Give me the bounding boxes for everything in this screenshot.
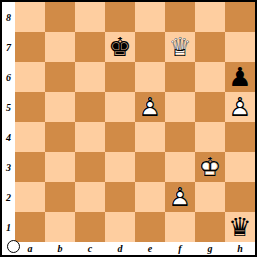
square-g6[interactable] — [195, 62, 225, 92]
piece-black-king: ♚ — [105, 32, 135, 62]
square-g7[interactable] — [195, 32, 225, 62]
square-g2[interactable] — [195, 182, 225, 212]
square-g1[interactable] — [195, 212, 225, 242]
square-f2[interactable]: ♟♙ — [165, 182, 195, 212]
square-b6[interactable] — [45, 62, 75, 92]
white-to-move-circle-icon — [7, 240, 20, 253]
piece-outline-glyph: ♙ — [135, 92, 165, 122]
square-h5[interactable]: ♟♙ — [225, 92, 255, 122]
rank-label-3: 3 — [2, 152, 15, 182]
square-h3[interactable] — [225, 152, 255, 182]
square-d4[interactable] — [105, 122, 135, 152]
square-d2[interactable] — [105, 182, 135, 212]
square-a2[interactable] — [15, 182, 45, 212]
square-f6[interactable] — [165, 62, 195, 92]
square-d1[interactable] — [105, 212, 135, 242]
square-b2[interactable] — [45, 182, 75, 212]
square-h7[interactable] — [225, 32, 255, 62]
square-f7[interactable]: ♛♕ — [165, 32, 195, 62]
square-e8[interactable] — [135, 2, 165, 32]
square-c4[interactable] — [75, 122, 105, 152]
rank-label-1: 1 — [2, 212, 15, 242]
square-e5[interactable]: ♟♙ — [135, 92, 165, 122]
square-c7[interactable] — [75, 32, 105, 62]
square-h1[interactable]: ♛ — [225, 212, 255, 242]
square-b1[interactable] — [45, 212, 75, 242]
square-f3[interactable] — [165, 152, 195, 182]
square-b3[interactable] — [45, 152, 75, 182]
file-label-e: e — [135, 242, 165, 255]
piece-glyph: ♛ — [225, 212, 255, 242]
square-a3[interactable] — [15, 152, 45, 182]
square-c8[interactable] — [75, 2, 105, 32]
square-d6[interactable] — [105, 62, 135, 92]
rank-label-7: 7 — [2, 32, 15, 62]
square-g4[interactable] — [195, 122, 225, 152]
square-c6[interactable] — [75, 62, 105, 92]
piece-white-pawn: ♟♙ — [165, 182, 195, 212]
piece-glyph: ♟ — [225, 62, 255, 92]
rank-label-8: 8 — [2, 2, 15, 32]
square-d8[interactable] — [105, 2, 135, 32]
square-f1[interactable] — [165, 212, 195, 242]
square-a5[interactable] — [15, 92, 45, 122]
square-g3[interactable]: ♚♔ — [195, 152, 225, 182]
square-h4[interactable] — [225, 122, 255, 152]
square-c2[interactable] — [75, 182, 105, 212]
piece-black-pawn: ♟ — [225, 62, 255, 92]
square-f8[interactable] — [165, 2, 195, 32]
square-e6[interactable] — [135, 62, 165, 92]
piece-outline-glyph: ♙ — [165, 182, 195, 212]
square-b7[interactable] — [45, 32, 75, 62]
square-a1[interactable] — [15, 212, 45, 242]
square-b5[interactable] — [45, 92, 75, 122]
square-f5[interactable] — [165, 92, 195, 122]
square-e4[interactable] — [135, 122, 165, 152]
square-c1[interactable] — [75, 212, 105, 242]
file-label-b: b — [45, 242, 75, 255]
square-h6[interactable]: ♟ — [225, 62, 255, 92]
square-d5[interactable] — [105, 92, 135, 122]
square-g5[interactable] — [195, 92, 225, 122]
file-label-h: h — [225, 242, 255, 255]
piece-white-queen: ♛♕ — [165, 32, 195, 62]
piece-black-queen: ♛ — [225, 212, 255, 242]
square-c3[interactable] — [75, 152, 105, 182]
piece-outline-glyph: ♔ — [195, 152, 225, 182]
piece-outline-glyph: ♙ — [225, 92, 255, 122]
square-a4[interactable] — [15, 122, 45, 152]
square-h2[interactable] — [225, 182, 255, 212]
piece-glyph: ♚ — [105, 32, 135, 62]
piece-outline-glyph: ♕ — [165, 32, 195, 62]
square-g8[interactable] — [195, 2, 225, 32]
rank-label-6: 6 — [2, 62, 15, 92]
file-label-g: g — [195, 242, 225, 255]
square-e1[interactable] — [135, 212, 165, 242]
square-b4[interactable] — [45, 122, 75, 152]
square-h8[interactable] — [225, 2, 255, 32]
file-label-c: c — [75, 242, 105, 255]
file-label-f: f — [165, 242, 195, 255]
piece-white-pawn: ♟♙ — [225, 92, 255, 122]
square-a6[interactable] — [15, 62, 45, 92]
chess-diagram: 87♚♛♕6♟5♟♙♟♙43♚♔2♟♙1♛abcdefgh — [0, 0, 257, 257]
square-e3[interactable] — [135, 152, 165, 182]
piece-white-pawn: ♟♙ — [135, 92, 165, 122]
square-f4[interactable] — [165, 122, 195, 152]
square-c5[interactable] — [75, 92, 105, 122]
square-a8[interactable] — [15, 2, 45, 32]
file-label-d: d — [105, 242, 135, 255]
square-a7[interactable] — [15, 32, 45, 62]
square-d7[interactable]: ♚ — [105, 32, 135, 62]
chess-board: 87♚♛♕6♟5♟♙♟♙43♚♔2♟♙1♛abcdefgh — [2, 2, 255, 255]
rank-label-2: 2 — [2, 182, 15, 212]
rank-label-5: 5 — [2, 92, 15, 122]
square-e7[interactable] — [135, 32, 165, 62]
square-d3[interactable] — [105, 152, 135, 182]
square-e2[interactable] — [135, 182, 165, 212]
rank-label-4: 4 — [2, 122, 15, 152]
piece-white-king: ♚♔ — [195, 152, 225, 182]
square-b8[interactable] — [45, 2, 75, 32]
